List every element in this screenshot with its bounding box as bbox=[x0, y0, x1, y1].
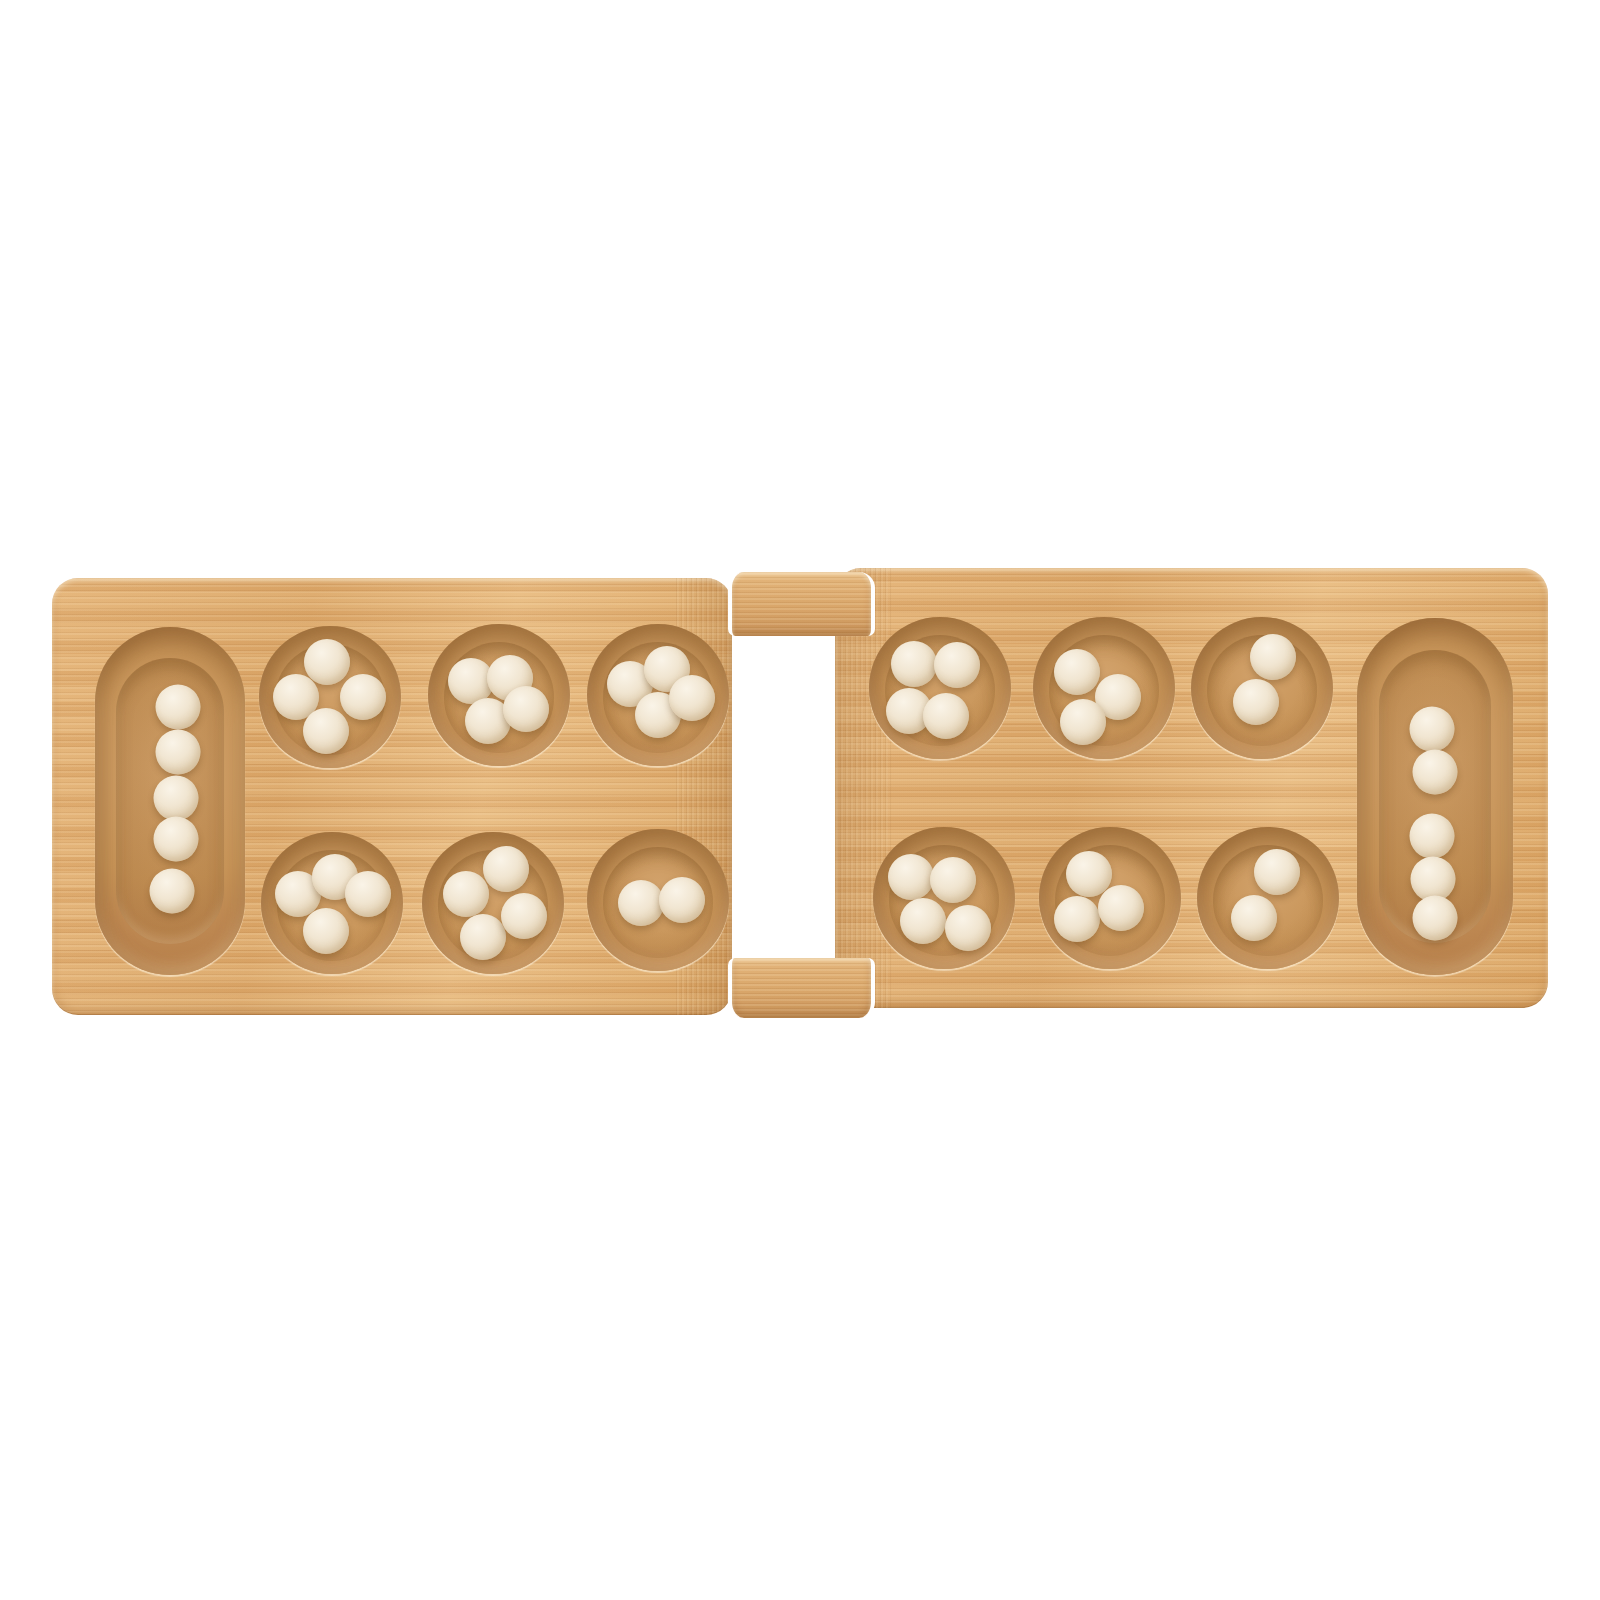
wooden-ball-stone bbox=[154, 817, 199, 862]
pit-top-6[interactable] bbox=[1191, 617, 1333, 759]
wooden-ball-stone bbox=[1066, 851, 1112, 897]
wooden-ball-stone bbox=[340, 674, 386, 720]
wooden-ball-stone bbox=[659, 877, 705, 923]
wooden-ball-stone bbox=[1060, 699, 1106, 745]
wooden-ball-stone bbox=[1411, 856, 1456, 901]
pit-top-4[interactable] bbox=[869, 617, 1011, 759]
wooden-ball-stone bbox=[304, 639, 350, 685]
pit-bottom-3[interactable] bbox=[587, 829, 729, 971]
store-right bbox=[1357, 618, 1513, 975]
product-photo bbox=[0, 0, 1600, 1600]
hinge-top-knuckle bbox=[728, 572, 875, 636]
pit-top-2[interactable] bbox=[428, 624, 570, 766]
wooden-ball-stone bbox=[923, 693, 969, 739]
wooden-ball-stone bbox=[501, 893, 547, 939]
wooden-ball-stone bbox=[891, 641, 937, 687]
pit-bottom-6[interactable] bbox=[1197, 827, 1339, 969]
wooden-ball-stone bbox=[1409, 706, 1454, 751]
wooden-ball-stone bbox=[1233, 679, 1279, 725]
hinge-bottom-knuckle bbox=[728, 958, 875, 1018]
wooden-ball-stone bbox=[930, 857, 976, 903]
wooden-ball-stone bbox=[503, 686, 549, 732]
wooden-ball-stone bbox=[1231, 895, 1277, 941]
wooden-ball-stone bbox=[1054, 649, 1100, 695]
pit-top-3[interactable] bbox=[587, 624, 729, 766]
wooden-ball-stone bbox=[345, 871, 391, 917]
wooden-ball-stone bbox=[1409, 813, 1454, 858]
wooden-ball-stone bbox=[149, 869, 194, 914]
wooden-ball-stone bbox=[1250, 634, 1296, 680]
wooden-ball-stone bbox=[155, 685, 200, 730]
wooden-ball-stone bbox=[154, 775, 199, 820]
wooden-ball-stone bbox=[155, 730, 200, 775]
mancala-board bbox=[52, 566, 1548, 1018]
wooden-ball-stone bbox=[443, 871, 489, 917]
wooden-ball-stone bbox=[1054, 896, 1100, 942]
wooden-ball-stone bbox=[1254, 849, 1300, 895]
wooden-ball-stone bbox=[669, 675, 715, 721]
pit-bottom-5[interactable] bbox=[1039, 827, 1181, 969]
pit-bottom-1[interactable] bbox=[261, 832, 403, 974]
wooden-ball-stone bbox=[618, 880, 664, 926]
pit-bottom-4[interactable] bbox=[873, 827, 1015, 969]
wooden-ball-stone bbox=[303, 908, 349, 954]
wooden-ball-stone bbox=[934, 642, 980, 688]
wooden-ball-stone bbox=[1413, 749, 1458, 794]
pit-bottom-2[interactable] bbox=[422, 832, 564, 974]
wooden-ball-stone bbox=[888, 854, 934, 900]
wooden-ball-stone bbox=[303, 708, 349, 754]
wooden-ball-stone bbox=[483, 846, 529, 892]
wooden-ball-stone bbox=[900, 898, 946, 944]
hinge-barrels bbox=[727, 620, 835, 958]
wooden-ball-stone bbox=[945, 905, 991, 951]
pit-top-1[interactable] bbox=[259, 626, 401, 768]
wooden-ball-stone bbox=[460, 914, 506, 960]
wooden-ball-stone bbox=[1413, 895, 1458, 940]
store-left bbox=[95, 627, 245, 975]
wooden-ball-stone bbox=[1098, 885, 1144, 931]
pit-top-5[interactable] bbox=[1033, 617, 1175, 759]
